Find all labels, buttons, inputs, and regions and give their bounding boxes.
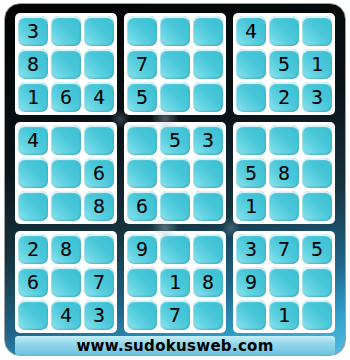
cell-r5c2[interactable]: [51, 158, 81, 188]
cell-r4c6[interactable]: 3: [193, 125, 223, 155]
block-6: 581: [233, 122, 335, 224]
cell-r9c7[interactable]: [236, 300, 266, 330]
cell-r4c2[interactable]: [51, 125, 81, 155]
cell-r5c3[interactable]: 6: [84, 158, 114, 188]
block-8: 9187: [124, 231, 226, 333]
cell-r1c7[interactable]: 4: [236, 16, 266, 46]
block-3: 45123: [233, 13, 335, 115]
cell-r3c1[interactable]: 1: [18, 82, 48, 112]
cell-r6c4[interactable]: 6: [127, 191, 157, 221]
cell-r4c3[interactable]: [84, 125, 114, 155]
cell-r9c4[interactable]: [127, 300, 157, 330]
cell-r4c1[interactable]: 4: [18, 125, 48, 155]
cell-r1c6[interactable]: [193, 16, 223, 46]
cell-r8c5[interactable]: 1: [160, 267, 190, 297]
cell-r8c9[interactable]: [302, 267, 332, 297]
cell-r2c8[interactable]: 5: [269, 49, 299, 79]
footer-bar: www.sudokusweb.com: [15, 336, 335, 355]
cell-r3c8[interactable]: 2: [269, 82, 299, 112]
board-frame: 381647545123468536581286743918737591 www…: [4, 3, 346, 356]
cell-r2c6[interactable]: [193, 49, 223, 79]
cell-r6c8[interactable]: [269, 191, 299, 221]
cell-r5c6[interactable]: [193, 158, 223, 188]
cell-r9c8[interactable]: 1: [269, 300, 299, 330]
cell-r7c8[interactable]: 7: [269, 234, 299, 264]
cell-r5c4[interactable]: [127, 158, 157, 188]
website-link[interactable]: www.sudokusweb.com: [76, 337, 273, 355]
cell-r6c9[interactable]: [302, 191, 332, 221]
cell-r3c3[interactable]: 4: [84, 82, 114, 112]
cell-r7c5[interactable]: [160, 234, 190, 264]
block-7: 286743: [15, 231, 117, 333]
cell-r2c4[interactable]: 7: [127, 49, 157, 79]
cell-r8c8[interactable]: [269, 267, 299, 297]
cell-r9c2[interactable]: 4: [51, 300, 81, 330]
cell-r1c8[interactable]: [269, 16, 299, 46]
cell-r2c9[interactable]: 1: [302, 49, 332, 79]
cell-r2c7[interactable]: [236, 49, 266, 79]
cell-r4c7[interactable]: [236, 125, 266, 155]
cell-r7c9[interactable]: 5: [302, 234, 332, 264]
cell-r2c1[interactable]: 8: [18, 49, 48, 79]
cell-r8c6[interactable]: 8: [193, 267, 223, 297]
cell-r7c6[interactable]: [193, 234, 223, 264]
cell-r9c1[interactable]: [18, 300, 48, 330]
cell-r1c3[interactable]: [84, 16, 114, 46]
cell-r6c7[interactable]: 1: [236, 191, 266, 221]
cell-r3c4[interactable]: 5: [127, 82, 157, 112]
cell-r4c5[interactable]: 5: [160, 125, 190, 155]
cell-r2c5[interactable]: [160, 49, 190, 79]
cell-r8c3[interactable]: 7: [84, 267, 114, 297]
cell-r5c7[interactable]: 5: [236, 158, 266, 188]
cell-r4c9[interactable]: [302, 125, 332, 155]
cell-r9c9[interactable]: [302, 300, 332, 330]
cell-r5c1[interactable]: [18, 158, 48, 188]
cell-r3c2[interactable]: 6: [51, 82, 81, 112]
cell-r5c5[interactable]: [160, 158, 190, 188]
cell-r3c6[interactable]: [193, 82, 223, 112]
cell-r8c1[interactable]: 6: [18, 267, 48, 297]
cell-r1c9[interactable]: [302, 16, 332, 46]
cell-r7c3[interactable]: [84, 234, 114, 264]
cell-r2c2[interactable]: [51, 49, 81, 79]
cell-r6c1[interactable]: [18, 191, 48, 221]
block-9: 37591: [233, 231, 335, 333]
cell-r8c7[interactable]: 9: [236, 267, 266, 297]
cell-r7c2[interactable]: 8: [51, 234, 81, 264]
sudoku-board: 381647545123468536581286743918737591: [15, 13, 335, 333]
cell-r6c6[interactable]: [193, 191, 223, 221]
cell-r1c5[interactable]: [160, 16, 190, 46]
cell-r8c2[interactable]: [51, 267, 81, 297]
cell-r9c3[interactable]: 3: [84, 300, 114, 330]
cell-r6c2[interactable]: [51, 191, 81, 221]
cell-r2c3[interactable]: [84, 49, 114, 79]
cell-r7c1[interactable]: 2: [18, 234, 48, 264]
block-2: 75: [124, 13, 226, 115]
cell-r5c8[interactable]: 8: [269, 158, 299, 188]
cell-r6c3[interactable]: 8: [84, 191, 114, 221]
cell-r1c1[interactable]: 3: [18, 16, 48, 46]
block-1: 38164: [15, 13, 117, 115]
cell-r8c4[interactable]: [127, 267, 157, 297]
cell-r3c5[interactable]: [160, 82, 190, 112]
cell-r6c5[interactable]: [160, 191, 190, 221]
cell-r9c5[interactable]: 7: [160, 300, 190, 330]
cell-r7c4[interactable]: 9: [127, 234, 157, 264]
cell-r5c9[interactable]: [302, 158, 332, 188]
cell-r3c9[interactable]: 3: [302, 82, 332, 112]
cell-r7c7[interactable]: 3: [236, 234, 266, 264]
block-5: 536: [124, 122, 226, 224]
cell-r9c6[interactable]: [193, 300, 223, 330]
cell-r4c4[interactable]: [127, 125, 157, 155]
cell-r1c4[interactable]: [127, 16, 157, 46]
block-4: 468: [15, 122, 117, 224]
cell-r1c2[interactable]: [51, 16, 81, 46]
cell-r3c7[interactable]: [236, 82, 266, 112]
cell-r4c8[interactable]: [269, 125, 299, 155]
